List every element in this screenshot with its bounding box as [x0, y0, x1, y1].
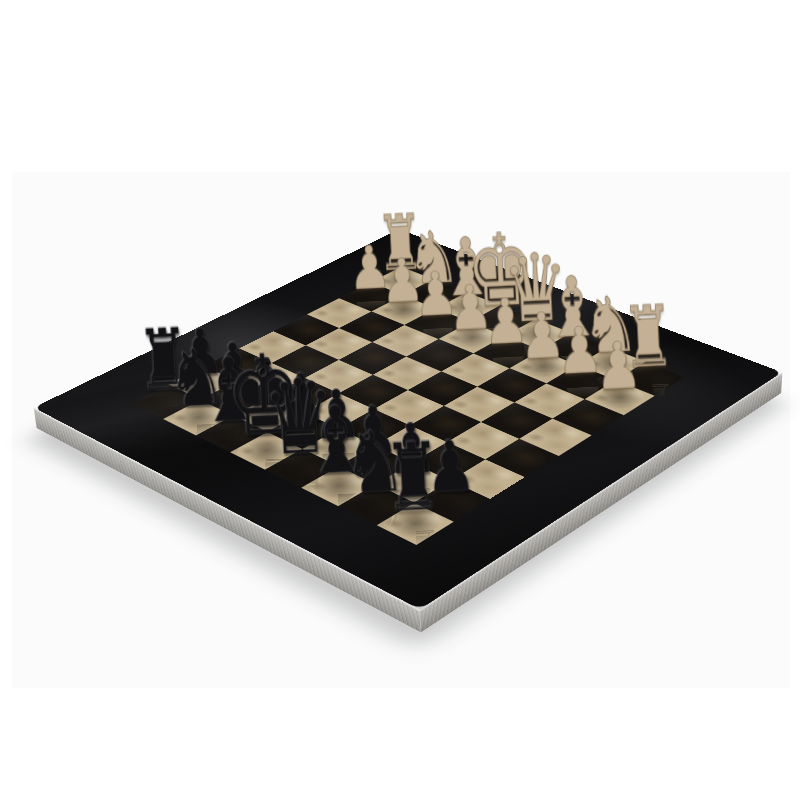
product-photo-scene: ♜♜♞♞♝♝♚♚♛♛♝♝♞♞♜♜♟♟♟♟♟♟♟♟♟♟♟♟♟♟♟♟♟♟♟♟♟♟♟♟… [0, 0, 800, 800]
square-a8[interactable]: ♜♜ [377, 503, 454, 545]
chess-piece-glyph: ♜ [333, 423, 493, 530]
chess-piece-glyph: ♟ [546, 327, 691, 404]
